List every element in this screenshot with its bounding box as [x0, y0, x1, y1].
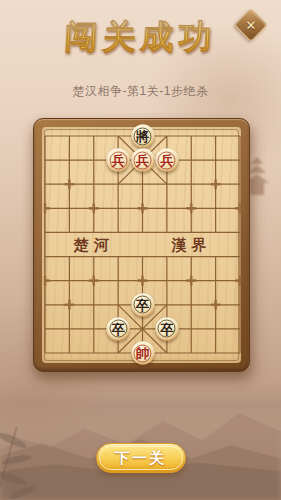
piece-black-將[interactable]: 將 — [131, 125, 154, 148]
xiangqi-board: 楚河 漢界 將兵兵兵卒卒卒帥 — [33, 118, 250, 372]
board-overlay: 楚河 漢界 將兵兵兵卒卒卒帥 — [45, 136, 240, 353]
next-level-label: 下一关 — [115, 449, 166, 468]
piece-label: 兵 — [131, 149, 154, 172]
piece-red-兵[interactable]: 兵 — [131, 149, 154, 172]
piece-black-卒[interactable]: 卒 — [131, 293, 154, 316]
level-subtitle: 楚汉相争-第1关-1步绝杀 — [0, 83, 281, 100]
pieces-layer: 將兵兵兵卒卒卒帥 — [45, 136, 240, 353]
piece-label: 卒 — [155, 317, 178, 340]
piece-black-卒[interactable]: 卒 — [107, 317, 130, 340]
piece-red-兵[interactable]: 兵 — [155, 149, 178, 172]
piece-label: 卒 — [131, 293, 154, 316]
level-clear-screen: 闯关成功 楚汉相争-第1关-1步绝杀 ✕ 楚河 漢界 將兵兵兵卒卒卒帥 下一关 — [0, 0, 281, 500]
next-level-button[interactable]: 下一关 — [96, 443, 186, 473]
piece-label: 兵 — [155, 149, 178, 172]
piece-label: 將 — [131, 125, 154, 148]
piece-label: 卒 — [107, 317, 130, 340]
close-icon: ✕ — [240, 14, 262, 36]
piece-label: 兵 — [107, 149, 130, 172]
piece-red-帥[interactable]: 帥 — [131, 342, 154, 365]
piece-red-兵[interactable]: 兵 — [107, 149, 130, 172]
piece-label: 帥 — [131, 342, 154, 365]
piece-black-卒[interactable]: 卒 — [155, 317, 178, 340]
